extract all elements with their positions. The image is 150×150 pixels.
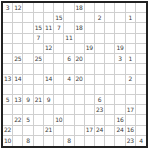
cell-r4c3[interactable] [23, 34, 33, 44]
cell-r3c5[interactable]: 11 [44, 23, 54, 33]
cell-r8c4[interactable] [34, 75, 44, 85]
cell-r14c12[interactable] [115, 136, 125, 146]
cell-r14c6[interactable] [54, 136, 64, 146]
cell-r7c8[interactable] [75, 64, 85, 74]
cell-r6c13[interactable]: 1 [126, 54, 136, 64]
clue-number: 23 [127, 138, 134, 144]
cell-r6c9[interactable] [85, 54, 95, 64]
clue-number: 11 [45, 25, 52, 31]
cell-r8c9[interactable] [85, 75, 95, 85]
cell-r9c3[interactable] [23, 85, 33, 95]
cell-r11c9[interactable] [85, 105, 95, 115]
cell-r3c11[interactable] [105, 23, 115, 33]
cell-r6c5[interactable] [44, 54, 54, 64]
cell-r10c12[interactable] [115, 95, 125, 105]
clue-number: 15 [35, 25, 42, 31]
cell-r10c3[interactable]: 9 [23, 95, 33, 105]
cell-r8c1[interactable]: 13 [3, 75, 13, 85]
cell-r5c9[interactable]: 19 [85, 44, 95, 54]
cell-r6c12[interactable]: 3 [115, 54, 125, 64]
cell-r2c3[interactable] [23, 13, 33, 23]
cell-r3c10[interactable] [95, 23, 105, 33]
cell-r4c12[interactable] [115, 34, 125, 44]
cell-r5c8[interactable] [75, 44, 85, 54]
cell-r8c10[interactable] [95, 75, 105, 85]
cell-r1c11[interactable] [105, 3, 115, 13]
cell-r11c3[interactable] [23, 105, 33, 115]
cell-r3c3[interactable] [23, 23, 33, 33]
cell-r12c12[interactable]: 16 [115, 115, 125, 125]
clue-number: 17 [127, 107, 134, 113]
cell-r13c12[interactable]: 24 [115, 126, 125, 136]
cell-r13c8[interactable] [75, 126, 85, 136]
cell-r9c8[interactable] [75, 85, 85, 95]
cell-r10c8[interactable] [75, 95, 85, 105]
cell-r3c13[interactable] [126, 23, 136, 33]
clue-number: 8 [26, 138, 30, 144]
cell-r2c5[interactable] [44, 13, 54, 23]
clue-number: 12 [45, 45, 52, 51]
cell-r9c14[interactable] [136, 85, 146, 95]
cell-r4c6[interactable] [54, 34, 64, 44]
clue-number: 14 [14, 76, 21, 82]
cell-r4c9[interactable] [85, 34, 95, 44]
cell-r9c12[interactable] [115, 85, 125, 95]
cell-r4c1[interactable] [3, 34, 13, 44]
cell-r8c2[interactable]: 14 [13, 75, 23, 85]
clue-number: 13 [4, 76, 11, 82]
cell-r10c1[interactable]: 5 [3, 95, 13, 105]
clue-number: 10 [55, 117, 62, 123]
cell-r12c4[interactable] [34, 115, 44, 125]
clue-number: 9 [47, 97, 51, 103]
clue-number: 13 [14, 97, 21, 103]
cell-r10c9[interactable] [85, 95, 95, 105]
cell-r9c4[interactable] [34, 85, 44, 95]
cell-r9c5[interactable] [44, 85, 54, 95]
cell-r13c9[interactable]: 17 [85, 126, 95, 136]
cell-r1c6[interactable] [54, 3, 64, 13]
clue-number: 6 [67, 56, 71, 62]
cell-r12c1[interactable] [3, 115, 13, 125]
cell-r14c14[interactable]: 4 [136, 136, 146, 146]
cell-r7c14[interactable] [136, 64, 146, 74]
cell-r11c6[interactable] [54, 105, 64, 115]
cell-r11c13[interactable]: 17 [126, 105, 136, 115]
clue-number: 15 [55, 15, 62, 21]
cell-r12c3[interactable]: 5 [23, 115, 33, 125]
cell-r7c6[interactable] [54, 64, 64, 74]
cell-r9c11[interactable] [105, 85, 115, 95]
cell-r12c13[interactable] [126, 115, 136, 125]
cell-r3c14[interactable] [136, 23, 146, 33]
cell-r6c6[interactable] [54, 54, 64, 64]
cell-r11c12[interactable] [115, 105, 125, 115]
cell-r6c8[interactable]: 20 [75, 54, 85, 64]
cell-r5c6[interactable] [54, 44, 64, 54]
cell-r2c6[interactable]: 15 [54, 13, 64, 23]
cell-r7c9[interactable] [85, 64, 95, 74]
cell-r7c5[interactable] [44, 64, 54, 74]
cell-r13c2[interactable] [13, 126, 23, 136]
cell-r8c11[interactable] [105, 75, 115, 85]
cell-r1c10[interactable] [95, 3, 105, 13]
cell-r5c7[interactable] [64, 44, 74, 54]
cell-r8c8[interactable]: 20 [75, 75, 85, 85]
clue-number: 20 [76, 56, 83, 62]
clue-number: 18 [76, 5, 83, 11]
cell-r14c9[interactable] [85, 136, 95, 146]
cell-r13c11[interactable] [105, 126, 115, 136]
clue-number: 11 [65, 35, 72, 41]
cell-r4c10[interactable] [95, 34, 105, 44]
clue-number: 25 [35, 56, 42, 62]
cell-r1c1[interactable]: 3 [3, 3, 13, 13]
cell-r2c10[interactable]: 2 [95, 13, 105, 23]
clue-number: 17 [86, 127, 93, 133]
cell-r11c1[interactable] [3, 105, 13, 115]
cell-r10c4[interactable]: 21 [34, 95, 44, 105]
cell-r10c2[interactable]: 13 [13, 95, 23, 105]
cell-r7c1[interactable] [3, 64, 13, 74]
cell-r1c14[interactable] [136, 3, 146, 13]
cell-r7c4[interactable] [34, 64, 44, 74]
cell-r2c12[interactable] [115, 13, 125, 23]
cell-r5c5[interactable]: 12 [44, 44, 54, 54]
clue-number: 24 [96, 127, 103, 133]
clue-number: 3 [6, 5, 10, 11]
cell-r8c14[interactable] [136, 75, 146, 85]
cell-r7c2[interactable] [13, 64, 23, 74]
cell-r10c14[interactable] [136, 95, 146, 105]
cell-r5c1[interactable] [3, 44, 13, 54]
cell-r1c4[interactable] [34, 3, 44, 13]
cell-r14c3[interactable]: 8 [23, 136, 33, 146]
cell-r4c4[interactable]: 7 [34, 34, 44, 44]
clue-number: 6 [98, 97, 102, 103]
cell-r13c7[interactable] [64, 126, 74, 136]
cell-r6c7[interactable]: 6 [64, 54, 74, 64]
cell-r3c12[interactable] [115, 23, 125, 33]
cell-r5c2[interactable] [13, 44, 23, 54]
cell-r14c7[interactable]: 8 [64, 136, 74, 146]
clue-number: 14 [45, 76, 52, 82]
cell-r14c1[interactable]: 10 [3, 136, 13, 146]
clue-number: 22 [4, 127, 11, 133]
cell-r13c6[interactable] [54, 126, 64, 136]
cell-r11c10[interactable]: 23 [95, 105, 105, 115]
cell-r3c8[interactable]: 18 [75, 23, 85, 33]
clue-number: 1 [128, 15, 132, 21]
cell-r8c12[interactable] [115, 75, 125, 85]
cell-r7c7[interactable] [64, 64, 74, 74]
clue-number: 25 [14, 56, 21, 62]
cell-r2c13[interactable]: 1 [126, 13, 136, 23]
clue-number: 4 [139, 138, 143, 144]
cell-r13c1[interactable]: 22 [3, 126, 13, 136]
clue-number: 1 [128, 56, 132, 62]
cell-r1c2[interactable]: 12 [13, 3, 23, 13]
numberlink-board: 3121815211511718711121919252562031131414… [1, 1, 148, 148]
cell-r2c4[interactable] [34, 13, 44, 23]
cell-r6c14[interactable] [136, 54, 146, 64]
cell-r7c13[interactable] [126, 64, 136, 74]
cell-r6c3[interactable] [23, 54, 33, 64]
cell-r3c7[interactable] [64, 23, 74, 33]
cell-r10c5[interactable]: 9 [44, 95, 54, 105]
cell-r10c13[interactable] [126, 95, 136, 105]
cell-r7c11[interactable] [105, 64, 115, 74]
cell-r8c5[interactable]: 14 [44, 75, 54, 85]
cell-r4c5[interactable] [44, 34, 54, 44]
cell-r7c12[interactable] [115, 64, 125, 74]
cell-r9c7[interactable] [64, 85, 74, 95]
clue-number: 2 [98, 15, 102, 21]
clue-number: 4 [67, 76, 71, 82]
cell-r12c8[interactable] [75, 115, 85, 125]
cell-r9c13[interactable] [126, 85, 136, 95]
cell-r5c11[interactable] [105, 44, 115, 54]
cell-r12c7[interactable] [64, 115, 74, 125]
clue-number: 16 [116, 117, 123, 123]
clue-number: 5 [26, 117, 30, 123]
cell-r11c14[interactable] [136, 105, 146, 115]
clue-number: 22 [14, 117, 21, 123]
cell-r1c8[interactable]: 18 [75, 3, 85, 13]
clue-number: 19 [86, 45, 93, 51]
cell-r14c8[interactable] [75, 136, 85, 146]
clue-number: 3 [118, 56, 122, 62]
clue-number: 12 [14, 5, 21, 11]
cell-r2c2[interactable] [13, 13, 23, 23]
cell-r9c2[interactable] [13, 85, 23, 95]
cell-r13c14[interactable] [136, 126, 146, 136]
cell-r8c6[interactable] [54, 75, 64, 85]
cell-r6c4[interactable]: 25 [34, 54, 44, 64]
cell-r11c11[interactable] [105, 105, 115, 115]
cell-r1c3[interactable] [23, 3, 33, 13]
cell-r5c14[interactable] [136, 44, 146, 54]
cell-r4c2[interactable] [13, 34, 23, 44]
clue-number: 5 [6, 97, 10, 103]
cell-r2c11[interactable] [105, 13, 115, 23]
clue-number: 9 [26, 97, 30, 103]
cell-r1c12[interactable] [115, 3, 125, 13]
clue-number: 2 [128, 76, 132, 82]
cell-r3c9[interactable] [85, 23, 95, 33]
cell-r11c8[interactable] [75, 105, 85, 115]
cell-r2c7[interactable] [64, 13, 74, 23]
clue-number: 16 [127, 127, 134, 133]
cell-r6c11[interactable] [105, 54, 115, 64]
cell-r1c7[interactable] [64, 3, 74, 13]
cell-r12c11[interactable] [105, 115, 115, 125]
cell-r4c11[interactable] [105, 34, 115, 44]
cell-r12c10[interactable] [95, 115, 105, 125]
cell-r10c11[interactable] [105, 95, 115, 105]
cell-r1c5[interactable] [44, 3, 54, 13]
cell-r3c1[interactable] [3, 23, 13, 33]
cell-r9c10[interactable] [95, 85, 105, 95]
cell-r13c13[interactable]: 16 [126, 126, 136, 136]
cell-r5c13[interactable] [126, 44, 136, 54]
cell-r7c10[interactable] [95, 64, 105, 74]
cell-r13c10[interactable]: 24 [95, 126, 105, 136]
cell-r1c13[interactable] [126, 3, 136, 13]
clue-number: 21 [35, 97, 42, 103]
cell-r2c8[interactable] [75, 13, 85, 23]
cell-r2c1[interactable] [3, 13, 13, 23]
cell-r4c7[interactable]: 11 [64, 34, 74, 44]
cell-r1c9[interactable] [85, 3, 95, 13]
cell-r8c3[interactable] [23, 75, 33, 85]
clue-number: 21 [45, 127, 52, 133]
clue-number: 18 [76, 25, 83, 31]
cell-r13c5[interactable]: 21 [44, 126, 54, 136]
cell-r13c3[interactable] [23, 126, 33, 136]
cell-r3c6[interactable]: 7 [54, 23, 64, 33]
clue-number: 19 [116, 45, 123, 51]
cell-r12c2[interactable]: 22 [13, 115, 23, 125]
clue-number: 7 [36, 35, 40, 41]
cell-r2c9[interactable] [85, 13, 95, 23]
cell-r12c9[interactable] [85, 115, 95, 125]
cell-r11c7[interactable] [64, 105, 74, 115]
cell-r5c4[interactable] [34, 44, 44, 54]
clue-number: 8 [67, 138, 71, 144]
cell-r8c7[interactable]: 4 [64, 75, 74, 85]
cell-r12c6[interactable]: 10 [54, 115, 64, 125]
cell-r14c2[interactable] [13, 136, 23, 146]
cell-r10c7[interactable] [64, 95, 74, 105]
clue-number: 24 [116, 127, 123, 133]
cell-r5c10[interactable] [95, 44, 105, 54]
cell-r10c10[interactable]: 6 [95, 95, 105, 105]
cell-r14c4[interactable] [34, 136, 44, 146]
clue-number: 10 [4, 138, 11, 144]
clue-number: 7 [57, 25, 61, 31]
cell-r14c13[interactable]: 23 [126, 136, 136, 146]
cell-r9c1[interactable] [3, 85, 13, 95]
cell-r4c14[interactable] [136, 34, 146, 44]
cell-r5c12[interactable]: 19 [115, 44, 125, 54]
cell-r13c4[interactable] [34, 126, 44, 136]
cell-r10c6[interactable] [54, 95, 64, 105]
cell-r2c14[interactable] [136, 13, 146, 23]
cell-r11c2[interactable] [13, 105, 23, 115]
cell-r4c8[interactable] [75, 34, 85, 44]
cell-r7c3[interactable] [23, 64, 33, 74]
cell-r14c5[interactable] [44, 136, 54, 146]
cell-r9c6[interactable] [54, 85, 64, 95]
cell-r6c2[interactable]: 25 [13, 54, 23, 64]
cell-r14c11[interactable] [105, 136, 115, 146]
cell-r14c10[interactable] [95, 136, 105, 146]
cell-r6c1[interactable] [3, 54, 13, 64]
cell-r12c14[interactable] [136, 115, 146, 125]
cell-r8c13[interactable]: 2 [126, 75, 136, 85]
cell-r12c5[interactable] [44, 115, 54, 125]
cell-r11c5[interactable] [44, 105, 54, 115]
cell-r4c13[interactable] [126, 34, 136, 44]
cell-r9c9[interactable] [85, 85, 95, 95]
cell-r6c10[interactable] [95, 54, 105, 64]
clue-number: 23 [96, 107, 103, 113]
cell-r3c4[interactable]: 15 [34, 23, 44, 33]
cell-r3c2[interactable] [13, 23, 23, 33]
clue-number: 20 [76, 76, 83, 82]
cell-r11c4[interactable] [34, 105, 44, 115]
cell-r5c3[interactable] [23, 44, 33, 54]
